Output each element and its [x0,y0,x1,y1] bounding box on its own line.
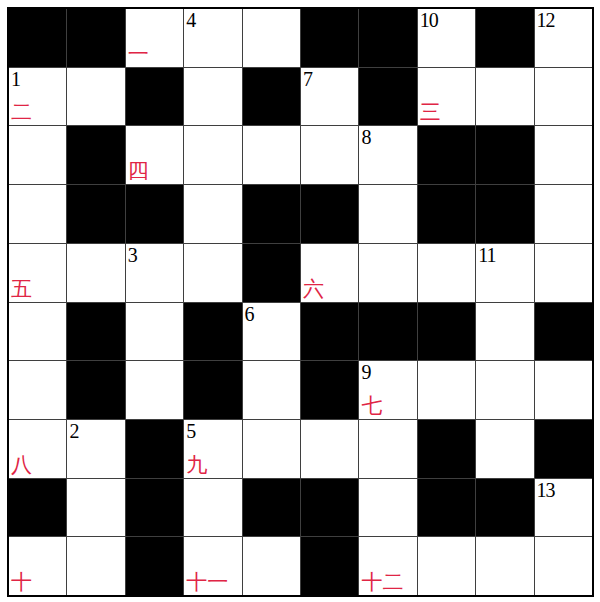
block-cell-r1c2 [126,68,183,126]
cell-r8c9[interactable]: 13 [535,479,592,537]
cell-r7c1[interactable]: 2 [67,420,124,478]
cell-r1c7[interactable]: 三 [418,68,475,126]
cell-r2c0[interactable] [9,126,66,184]
cell-r7c4[interactable] [243,420,300,478]
cell-r4c0[interactable]: 五 [9,244,66,302]
crossword-page: 一410121二7三四8五3六1169七八25九13十十一十二 [0,0,600,602]
cell-r6c7[interactable] [418,361,475,419]
cell-r9c3[interactable]: 十一 [184,537,241,595]
cell-r9c8[interactable] [476,537,533,595]
block-cell-r1c4 [243,68,300,126]
clue-number-3: 3 [128,245,137,265]
cell-r9c1[interactable] [67,537,124,595]
cell-r2c5[interactable] [301,126,358,184]
block-cell-r0c8 [476,9,533,67]
cell-r6c0[interactable] [9,361,66,419]
clue-number-11: 11 [478,245,495,265]
block-cell-r0c6 [359,9,416,67]
cell-r1c3[interactable] [184,68,241,126]
crossword-grid: 一410121二7三四8五3六1169七八25九13十十一十二 [7,7,594,597]
block-cell-r5c3 [184,303,241,361]
cell-r6c4[interactable] [243,361,300,419]
block-cell-r5c7 [418,303,475,361]
block-cell-r3c7 [418,185,475,243]
red-clue-marker-11: 十一 [186,572,228,593]
cell-r6c8[interactable] [476,361,533,419]
red-clue-marker-10: 十 [11,572,32,593]
block-cell-r8c4 [243,479,300,537]
cell-r1c5[interactable]: 7 [301,68,358,126]
cell-r8c6[interactable] [359,479,416,537]
red-clue-marker-7: 七 [361,396,382,417]
cell-r1c1[interactable] [67,68,124,126]
cell-r2c2[interactable]: 四 [126,126,183,184]
block-cell-r8c8 [476,479,533,537]
cell-r7c0[interactable]: 八 [9,420,66,478]
cell-r6c2[interactable] [126,361,183,419]
cell-r6c6[interactable]: 9七 [359,361,416,419]
block-cell-r4c4 [243,244,300,302]
block-cell-r6c3 [184,361,241,419]
block-cell-r2c8 [476,126,533,184]
clue-number-2: 2 [69,421,78,441]
clue-number-4: 4 [186,10,195,30]
cell-r0c4[interactable] [243,9,300,67]
block-cell-r7c9 [535,420,592,478]
block-cell-r9c2 [126,537,183,595]
block-cell-r8c5 [301,479,358,537]
cell-r8c1[interactable] [67,479,124,537]
block-cell-r6c5 [301,361,358,419]
block-cell-r3c4 [243,185,300,243]
cell-r4c2[interactable]: 3 [126,244,183,302]
cell-r5c0[interactable] [9,303,66,361]
cell-r1c9[interactable] [535,68,592,126]
block-cell-r0c1 [67,9,124,67]
clue-number-6: 6 [245,304,254,324]
cell-r3c0[interactable] [9,185,66,243]
block-cell-r5c1 [67,303,124,361]
cell-r1c0[interactable]: 1二 [9,68,66,126]
block-cell-r7c2 [126,420,183,478]
block-cell-r9c5 [301,537,358,595]
cell-r9c6[interactable]: 十二 [359,537,416,595]
clue-number-12: 12 [537,10,555,30]
cell-r5c2[interactable] [126,303,183,361]
clue-number-5: 5 [186,421,195,441]
block-cell-r3c1 [67,185,124,243]
cell-r3c9[interactable] [535,185,592,243]
cell-r5c4[interactable]: 6 [243,303,300,361]
cell-r8c3[interactable] [184,479,241,537]
clue-number-9: 9 [361,362,370,382]
clue-number-8: 8 [361,127,370,147]
cell-r7c6[interactable] [359,420,416,478]
cell-r9c4[interactable] [243,537,300,595]
red-clue-marker-8: 八 [11,455,32,476]
cell-r4c6[interactable] [359,244,416,302]
red-clue-marker-2: 二 [11,102,32,123]
red-clue-marker-12: 十二 [361,572,403,593]
red-clue-marker-9: 九 [186,455,207,476]
block-cell-r1c6 [359,68,416,126]
block-cell-r7c7 [418,420,475,478]
cell-r4c9[interactable] [535,244,592,302]
cell-r5c8[interactable] [476,303,533,361]
block-cell-r6c1 [67,361,124,419]
clue-number-1: 1 [11,69,20,89]
clue-number-7: 7 [303,69,312,89]
cell-r0c9[interactable]: 12 [535,9,592,67]
cell-r0c7[interactable]: 10 [418,9,475,67]
red-clue-marker-1: 一 [128,44,149,65]
cell-r2c3[interactable] [184,126,241,184]
block-cell-r3c8 [476,185,533,243]
clue-number-13: 13 [537,480,555,500]
cell-r7c8[interactable] [476,420,533,478]
cell-r1c8[interactable] [476,68,533,126]
block-cell-r0c0 [9,9,66,67]
cell-r9c7[interactable] [418,537,475,595]
red-clue-marker-3: 三 [420,102,441,123]
cell-r2c4[interactable] [243,126,300,184]
cell-r3c3[interactable] [184,185,241,243]
cell-r4c5[interactable]: 六 [301,244,358,302]
cell-r6c9[interactable] [535,361,592,419]
cell-r4c8[interactable]: 11 [476,244,533,302]
block-cell-r8c0 [9,479,66,537]
cell-r0c2[interactable]: 一 [126,9,183,67]
block-cell-r3c2 [126,185,183,243]
cell-r3c6[interactable] [359,185,416,243]
cell-r7c3[interactable]: 5九 [184,420,241,478]
block-cell-r5c5 [301,303,358,361]
block-cell-r2c1 [67,126,124,184]
block-cell-r0c5 [301,9,358,67]
cell-r4c3[interactable] [184,244,241,302]
cell-r9c9[interactable] [535,537,592,595]
cell-r7c5[interactable] [301,420,358,478]
red-clue-marker-5: 五 [11,279,32,300]
cell-r2c6[interactable]: 8 [359,126,416,184]
block-cell-r5c9 [535,303,592,361]
clue-number-10: 10 [420,10,438,30]
block-cell-r8c7 [418,479,475,537]
cell-r0c3[interactable]: 4 [184,9,241,67]
block-cell-r2c7 [418,126,475,184]
block-cell-r5c6 [359,303,416,361]
block-cell-r3c5 [301,185,358,243]
cell-r4c7[interactable] [418,244,475,302]
block-cell-r8c2 [126,479,183,537]
red-clue-marker-4: 四 [128,161,149,182]
cell-r4c1[interactable] [67,244,124,302]
cell-r2c9[interactable] [535,126,592,184]
red-clue-marker-6: 六 [303,279,324,300]
cell-r9c0[interactable]: 十 [9,537,66,595]
